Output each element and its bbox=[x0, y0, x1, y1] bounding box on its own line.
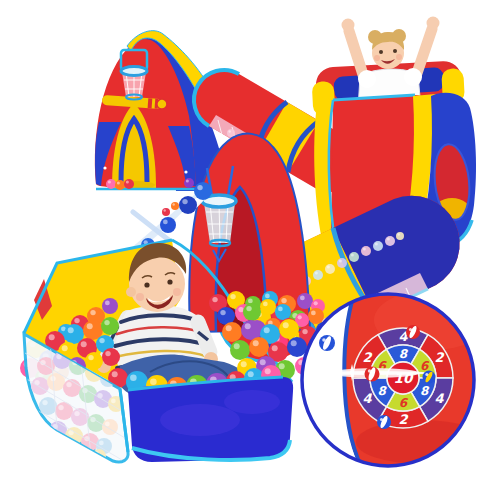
pit-toddler-blush bbox=[173, 288, 181, 296]
toddler-sleeve bbox=[404, 68, 422, 86]
pit-toddler-blush bbox=[136, 293, 144, 301]
vent-dot bbox=[103, 166, 106, 169]
sticky-ball-top bbox=[406, 325, 420, 339]
toddler-blush bbox=[396, 54, 402, 60]
dart-number-outer: 2 bbox=[398, 412, 408, 427]
vent-dot bbox=[184, 170, 187, 173]
dart-number-outer: 2 bbox=[363, 350, 373, 365]
toddler-eye bbox=[379, 50, 383, 54]
hoop-rim bbox=[121, 67, 147, 76]
panel-sheen bbox=[160, 404, 240, 436]
toddler-eye bbox=[393, 49, 397, 53]
panel-sheen bbox=[224, 390, 280, 414]
toddler-hand bbox=[342, 19, 355, 32]
play-tent-scene: 10 4 2 4 2 4 2 8 6 8 6 8 6 bbox=[0, 0, 500, 493]
dart-number-outer: 4 bbox=[434, 391, 444, 406]
sticky-ball-right bbox=[423, 371, 436, 384]
pit-toddler-ear bbox=[126, 287, 136, 297]
toddler-sleeve bbox=[358, 70, 376, 88]
dart-number-outer: 2 bbox=[434, 350, 444, 365]
pit-toddler-eye bbox=[144, 282, 149, 287]
toddler-hand bbox=[427, 17, 440, 30]
pit-toddler-eye bbox=[167, 279, 172, 284]
toddler-blush bbox=[374, 55, 380, 61]
dart-number-outer: 4 bbox=[363, 391, 373, 406]
dart-inset: 10 4 2 4 2 4 2 8 6 8 6 8 6 bbox=[302, 290, 490, 466]
toddler-hair-curl bbox=[368, 30, 382, 44]
toddler-hair-curl bbox=[392, 29, 406, 43]
sticky-ball-bottom bbox=[377, 415, 391, 429]
sticky-ball-left bbox=[365, 367, 380, 382]
product-photo-stage: 10 4 2 4 2 4 2 8 6 8 6 8 6 bbox=[0, 0, 500, 493]
